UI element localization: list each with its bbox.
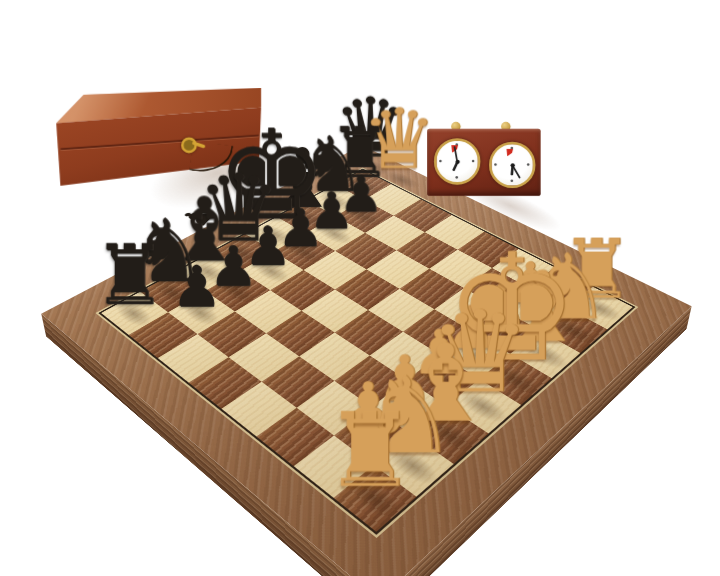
tick-icon (527, 163, 530, 166)
black-rook-glyph: ♜ (39, 233, 220, 316)
tick-icon (455, 176, 458, 179)
white-rook-glyph: ♜ (257, 399, 482, 502)
dial-center-pin (455, 159, 459, 163)
product-photo-chess-set: ♜♜♞♟♟♞♝♟♟♝♚♟♟♚♛♟♟♛♝♟♟♝♞♟♟♞♜♜♛♛♟ (0, 0, 720, 576)
clock-dial-right (489, 142, 535, 188)
perspective-scene: ♜♜♞♟♟♞♝♟♟♝♚♟♟♚♛♟♟♛♝♟♟♝♞♟♟♞♜♜♛♛♟ (0, 0, 720, 576)
chess-board: ♜♜♞♟♟♞♝♟♟♝♚♟♟♚♛♟♟♛♝♟♟♝♞♟♟♞♜♜♛♛♟ (41, 145, 691, 576)
tick-icon (494, 163, 497, 166)
tick-icon (511, 180, 514, 183)
clock-dial-left (434, 138, 480, 184)
clock-flag-right (506, 149, 513, 157)
tick-icon (439, 160, 442, 163)
pieces-layer: ♜♜♞♟♟♞♝♟♟♝♚♟♟♚♛♟♟♛♝♟♟♝♞♟♟♞♜♜♛♛♟ (41, 145, 691, 576)
dial-center-pin (510, 163, 514, 167)
table-plane: ♜♜♞♟♟♞♝♟♟♝♚♟♟♚♛♟♟♛♝♟♟♝♞♟♟♞♜♜♛♛♟ (0, 59, 720, 576)
chess-clock (427, 121, 541, 204)
tick-icon (472, 160, 475, 163)
